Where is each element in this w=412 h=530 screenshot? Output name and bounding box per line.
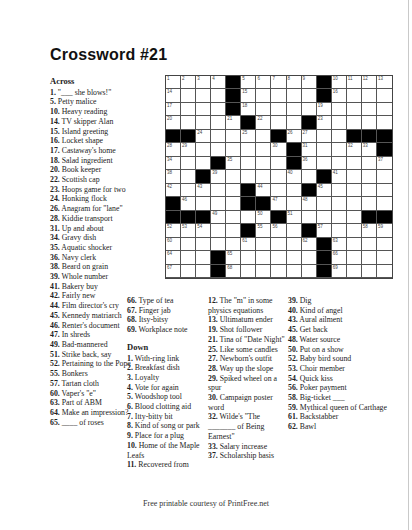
cell-r10c14[interactable] xyxy=(362,197,377,210)
cell-r3c14[interactable] xyxy=(362,103,377,116)
clue-across-24: 24. Honking flock xyxy=(50,194,163,204)
cell-number: 1 xyxy=(167,76,170,81)
clue-across-15: 15. Island greeting xyxy=(50,127,163,137)
cell-r10c11[interactable] xyxy=(317,197,332,210)
cell-r14c6[interactable] xyxy=(241,251,256,264)
cell-r10c13[interactable] xyxy=(347,197,362,210)
cell-r4c14[interactable] xyxy=(362,116,377,129)
cell-r11c4[interactable]: 49 xyxy=(211,211,226,224)
cell-r1c15[interactable]: 13 xyxy=(377,76,392,89)
cell-r5c4[interactable] xyxy=(211,130,226,143)
cell-r5c11[interactable] xyxy=(317,130,332,143)
cell-r13c3[interactable] xyxy=(196,238,211,251)
black-cell xyxy=(317,251,332,264)
cell-number: 10 xyxy=(333,76,338,81)
clue-down-61: 61. Backstabber xyxy=(288,412,406,422)
cell-r5c12[interactable] xyxy=(332,130,347,143)
cell-r11c5[interactable] xyxy=(226,211,241,224)
black-cell xyxy=(241,224,256,237)
cell-r10c2[interactable]: 46 xyxy=(181,197,196,210)
cell-r15c7[interactable] xyxy=(256,265,271,278)
cell-r6c13[interactable]: 32 xyxy=(347,143,362,156)
cell-number: 40 xyxy=(288,170,293,175)
black-cell xyxy=(211,251,226,264)
cell-r8c8[interactable] xyxy=(271,170,286,183)
cell-number: 67 xyxy=(167,265,172,270)
cell-r3c3[interactable] xyxy=(196,103,211,116)
clue-down-29: 29. Spiked wheel on a spur xyxy=(208,374,286,393)
cell-number: 15 xyxy=(242,89,247,94)
clue-down-43: 43. Aural ailment xyxy=(288,315,406,325)
clue-down-6: 6. Blood clotting aid xyxy=(127,402,206,412)
cell-r6c12[interactable] xyxy=(332,143,347,156)
cell-number: 23 xyxy=(318,116,323,121)
clue-down-12: 12. The "m" in some physics equations xyxy=(208,296,286,315)
clue-down-2: 2. Breakfast dish xyxy=(127,363,206,373)
black-cell xyxy=(347,130,362,143)
black-cell xyxy=(211,265,226,278)
cell-r9c5[interactable] xyxy=(226,184,241,197)
cell-r4c9[interactable] xyxy=(287,116,302,129)
cell-r13c1[interactable]: 60 xyxy=(166,238,181,251)
cell-number: 4 xyxy=(212,76,215,81)
cell-r5c7[interactable] xyxy=(256,130,271,143)
cell-r12c14[interactable]: 58 xyxy=(362,224,377,237)
cell-r3c1[interactable]: 17 xyxy=(166,103,181,116)
cell-r7c7[interactable] xyxy=(256,157,271,170)
black-cell xyxy=(317,170,332,183)
clue-across-18: 18. Salad ingredient xyxy=(50,156,163,166)
black-cell xyxy=(166,130,181,143)
cell-r15c15[interactable] xyxy=(377,265,392,278)
cell-r8c2[interactable] xyxy=(181,170,196,183)
cell-r13c13[interactable] xyxy=(347,238,362,251)
cell-r14c15[interactable] xyxy=(377,251,392,264)
cell-r3c11[interactable]: 19 xyxy=(317,103,332,116)
cell-r15c14[interactable] xyxy=(362,265,377,278)
clue-down-45: 45. Get back xyxy=(288,325,406,335)
cell-r8c4[interactable]: 39 xyxy=(211,170,226,183)
cell-r1c12[interactable]: 10 xyxy=(332,76,347,89)
cell-r14c3[interactable] xyxy=(196,251,211,264)
clue-across-26: 26. Anagram for "lane" xyxy=(50,204,163,214)
cell-r3c13[interactable] xyxy=(347,103,362,116)
black-cell xyxy=(287,143,302,156)
cell-r2c8[interactable] xyxy=(271,89,286,102)
cell-r10c5[interactable] xyxy=(226,197,241,210)
black-cell xyxy=(362,130,377,143)
cell-r11c10[interactable] xyxy=(302,211,317,224)
cell-r12c1[interactable]: 52 xyxy=(166,224,181,237)
cell-r3c6[interactable]: 18 xyxy=(241,103,256,116)
cell-r15c2[interactable] xyxy=(181,265,196,278)
black-cell xyxy=(226,89,241,102)
cell-r10c4[interactable] xyxy=(211,197,226,210)
cell-r9c9[interactable] xyxy=(287,184,302,197)
clue-across-38: 38. Beard on grain xyxy=(50,262,163,272)
cell-r7c1[interactable]: 34 xyxy=(166,157,181,170)
cell-r4c13[interactable] xyxy=(347,116,362,129)
cell-r3c12[interactable] xyxy=(332,103,347,116)
cell-r7c12[interactable] xyxy=(332,157,347,170)
cell-r14c8[interactable] xyxy=(271,251,286,264)
cell-r10c15[interactable] xyxy=(377,197,392,210)
cell-r8c13[interactable] xyxy=(347,170,362,183)
cell-number: 43 xyxy=(197,184,202,189)
cell-r6c5[interactable] xyxy=(226,143,241,156)
cell-r13c15[interactable] xyxy=(377,238,392,251)
cell-r12c15[interactable]: 59 xyxy=(377,224,392,237)
cell-r9c13[interactable] xyxy=(347,184,362,197)
cell-r4c2[interactable] xyxy=(181,116,196,129)
down-clues-column-2: 12. The "m" in some physics equations13.… xyxy=(208,296,286,461)
black-cell xyxy=(241,184,256,197)
cell-r7c5[interactable]: 35 xyxy=(226,157,241,170)
cell-r8c7[interactable] xyxy=(256,170,271,183)
clue-down-13: 13. Ultimatum ender xyxy=(208,315,286,325)
clue-down-52: 52. Baby bird sound xyxy=(288,354,406,364)
cell-number: 6 xyxy=(257,76,260,81)
clue-down-30: 30. Campaign poster word xyxy=(208,393,286,412)
clue-down-19: 19. Shot follower xyxy=(208,325,286,335)
clue-down-62: 62. Bawl xyxy=(288,422,406,432)
cell-r12c5[interactable] xyxy=(226,224,241,237)
cell-r13c12[interactable]: 63 xyxy=(332,238,347,251)
cell-r12c2[interactable]: 53 xyxy=(181,224,196,237)
cell-r13c10[interactable]: 62 xyxy=(302,238,317,251)
cell-r10c3[interactable] xyxy=(196,197,211,210)
cell-number: 14 xyxy=(167,89,172,94)
cell-r2c10[interactable] xyxy=(302,89,317,102)
cell-number: 57 xyxy=(318,224,323,229)
cell-r13c5[interactable] xyxy=(226,238,241,251)
cell-r15c12[interactable]: 69 xyxy=(332,265,347,278)
cell-r15c6[interactable] xyxy=(241,265,256,278)
cell-r14c7[interactable] xyxy=(256,251,271,264)
cell-r8c1[interactable]: 38 xyxy=(166,170,181,183)
cell-r8c10[interactable] xyxy=(302,170,317,183)
cell-r9c2[interactable] xyxy=(181,184,196,197)
black-cell xyxy=(196,170,211,183)
cell-r7c13[interactable] xyxy=(347,157,362,170)
cell-number: 26 xyxy=(288,130,293,135)
cell-r12c12[interactable] xyxy=(332,224,347,237)
cell-r14c10[interactable] xyxy=(302,251,317,264)
cell-r1c9[interactable]: 8 xyxy=(287,76,302,89)
cell-r9c7[interactable]: 44 xyxy=(256,184,271,197)
black-cell xyxy=(317,89,332,102)
cell-number: 37 xyxy=(378,157,383,162)
black-cell xyxy=(287,157,302,170)
cell-r14c9[interactable] xyxy=(287,251,302,264)
cell-number: 64 xyxy=(167,251,172,256)
cell-r6c6[interactable] xyxy=(241,143,256,156)
cell-r6c11[interactable] xyxy=(317,143,332,156)
cell-r11c11[interactable] xyxy=(317,211,332,224)
cell-r4c15[interactable] xyxy=(377,116,392,129)
across-end-and-down-start-column: 66. Type of tea67. Finger jab68. Itsy-bi… xyxy=(127,296,206,470)
cell-r9c12[interactable] xyxy=(332,184,347,197)
cell-number: 24 xyxy=(197,130,202,135)
cell-number: 65 xyxy=(227,251,232,256)
cell-r6c2[interactable]: 29 xyxy=(181,143,196,156)
cell-number: 11 xyxy=(348,76,353,81)
cell-r2c1[interactable]: 14 xyxy=(166,89,181,102)
cell-r12c11[interactable]: 57 xyxy=(317,224,332,237)
cell-r14c12[interactable]: 66 xyxy=(332,251,347,264)
cell-r7c3[interactable] xyxy=(196,157,211,170)
cell-r10c10[interactable]: 48 xyxy=(302,197,317,210)
cell-r14c1[interactable]: 64 xyxy=(166,251,181,264)
clue-down-8: 8. Kind of song or park xyxy=(127,421,206,431)
cell-r13c14[interactable] xyxy=(362,238,377,251)
clue-down-5: 5. Woodshop tool xyxy=(127,392,206,402)
clue-across-67: 67. Finger jab xyxy=(127,306,206,316)
cell-r2c4[interactable] xyxy=(211,89,226,102)
cell-number: 61 xyxy=(242,238,247,243)
cell-number: 48 xyxy=(303,197,308,202)
across-header: Across xyxy=(50,77,163,87)
cell-r3c15[interactable] xyxy=(377,103,392,116)
black-cell xyxy=(317,265,332,278)
black-cell xyxy=(196,211,211,224)
cell-r15c8[interactable] xyxy=(271,265,286,278)
cell-r5c10[interactable]: 27 xyxy=(302,130,317,143)
cell-r7c6[interactable] xyxy=(241,157,256,170)
cell-r12c13[interactable] xyxy=(347,224,362,237)
cell-r9c15[interactable] xyxy=(377,184,392,197)
cell-r12c3[interactable]: 54 xyxy=(196,224,211,237)
clue-across-68: 68. Itsy-bitsy xyxy=(127,315,206,325)
clue-down-7: 7. Itty-bitty bit xyxy=(127,412,206,422)
cell-number: 41 xyxy=(333,170,338,175)
cell-r1c6[interactable]: 5 xyxy=(241,76,256,89)
cell-r4c5[interactable]: 21 xyxy=(226,116,241,129)
cell-r4c4[interactable] xyxy=(211,116,226,129)
cell-r7c15[interactable]: 37 xyxy=(377,157,392,170)
cell-r10c12[interactable] xyxy=(332,197,347,210)
cell-r1c3[interactable]: 3 xyxy=(196,76,211,89)
clue-across-23: 23. Hoops game for two xyxy=(50,185,163,195)
cell-r13c7[interactable] xyxy=(256,238,271,251)
cell-r8c15[interactable] xyxy=(377,170,392,183)
cell-r8c14[interactable] xyxy=(362,170,377,183)
clue-down-10: 10. Home of the Maple Leafs xyxy=(127,441,206,460)
cell-r13c2[interactable] xyxy=(181,238,196,251)
cell-r15c1[interactable]: 67 xyxy=(166,265,181,278)
cell-r4c11[interactable]: 23 xyxy=(317,116,332,129)
cell-r1c10[interactable]: 9 xyxy=(302,76,317,89)
down-clues-column-3: 39. Dig40. Kind of angel43. Aural ailmen… xyxy=(288,296,406,432)
black-cell xyxy=(271,130,286,143)
clue-across-28: 28. Kiddie transport xyxy=(50,214,163,224)
cell-r13c6[interactable]: 61 xyxy=(241,238,256,251)
cell-r13c4[interactable] xyxy=(211,238,226,251)
black-cell xyxy=(241,197,256,210)
cell-number: 32 xyxy=(348,143,353,148)
cell-number: 3 xyxy=(197,76,200,81)
cell-r11c6[interactable] xyxy=(241,211,256,224)
cell-r6c4[interactable] xyxy=(211,143,226,156)
black-cell xyxy=(377,130,392,143)
cell-r4c12[interactable] xyxy=(332,116,347,129)
cell-r2c15[interactable] xyxy=(377,89,392,102)
black-cell xyxy=(241,116,256,129)
cell-number: 39 xyxy=(212,170,217,175)
clue-down-50: 50. Put on a show xyxy=(288,345,406,355)
cell-number: 7 xyxy=(272,76,275,81)
cell-r7c14[interactable] xyxy=(362,157,377,170)
clue-across-20: 20. Book keeper xyxy=(50,165,163,175)
black-cell xyxy=(166,211,181,224)
cell-number: 31 xyxy=(303,143,308,148)
cell-r6c3[interactable] xyxy=(196,143,211,156)
cell-r6c14[interactable]: 33 xyxy=(362,143,377,156)
cell-r2c2[interactable] xyxy=(181,89,196,102)
cell-r9c3[interactable]: 43 xyxy=(196,184,211,197)
cell-number: 60 xyxy=(167,238,172,243)
black-cell xyxy=(226,76,241,89)
cell-r3c4[interactable] xyxy=(211,103,226,116)
cell-r8c5[interactable] xyxy=(226,170,241,183)
cell-r12c7[interactable]: 55 xyxy=(256,224,271,237)
cell-r5c9[interactable]: 26 xyxy=(287,130,302,143)
cell-r2c3[interactable] xyxy=(196,89,211,102)
cell-r8c6[interactable] xyxy=(241,170,256,183)
cell-r4c3[interactable] xyxy=(196,116,211,129)
cell-number: 9 xyxy=(303,76,306,81)
clue-down-1: 1. With-ring link xyxy=(127,354,206,364)
puzzle-title: Crossword #21 xyxy=(50,46,167,64)
cell-number: 38 xyxy=(167,170,172,175)
cell-r1c14[interactable]: 12 xyxy=(362,76,377,89)
cell-r11c13[interactable] xyxy=(347,211,362,224)
cell-r1c1[interactable]: 1 xyxy=(166,76,181,89)
cell-number: 59 xyxy=(378,224,383,229)
clue-down-58: 58. Big-ticket ___ xyxy=(288,393,406,403)
cell-r11c7[interactable]: 50 xyxy=(256,211,271,224)
clue-down-21: 21. Tina of "Date Night" xyxy=(208,335,286,345)
clue-across-39: 39. Whole number xyxy=(50,272,163,282)
cell-number: 42 xyxy=(167,184,172,189)
cell-r12c4[interactable] xyxy=(211,224,226,237)
cell-r9c4[interactable] xyxy=(211,184,226,197)
footer-credit: Free printable courtesy of PrintFree.net xyxy=(0,499,412,508)
cell-r15c3[interactable] xyxy=(196,265,211,278)
cell-r1c7[interactable]: 6 xyxy=(256,76,271,89)
cell-r15c10[interactable] xyxy=(302,265,317,278)
cell-number: 12 xyxy=(363,76,368,81)
cell-r3c7[interactable] xyxy=(256,103,271,116)
cell-r7c2[interactable] xyxy=(181,157,196,170)
cell-number: 62 xyxy=(303,238,308,243)
cell-r15c5[interactable]: 68 xyxy=(226,265,241,278)
cell-r4c1[interactable]: 20 xyxy=(166,116,181,129)
cell-number: 18 xyxy=(242,103,247,108)
black-cell xyxy=(377,211,392,224)
down-header: Down xyxy=(127,343,206,353)
cell-r3c2[interactable] xyxy=(181,103,196,116)
cell-r4c8[interactable] xyxy=(271,116,286,129)
clue-across-1: 1. "___ she blows!" xyxy=(50,88,163,98)
clue-down-3: 3. Loyalty xyxy=(127,373,206,383)
clue-across-41: 41. Bakery buy xyxy=(50,282,163,292)
cell-r12c9[interactable] xyxy=(287,224,302,237)
cell-r2c9[interactable] xyxy=(287,89,302,102)
cell-r6c1[interactable]: 28 xyxy=(166,143,181,156)
cell-r5c6[interactable]: 25 xyxy=(241,130,256,143)
cell-r10c9[interactable] xyxy=(287,197,302,210)
cell-number: 47 xyxy=(272,197,277,202)
clue-down-27: 27. Newborn's outfit xyxy=(208,354,286,364)
black-cell xyxy=(362,211,377,224)
cell-r2c14[interactable] xyxy=(362,89,377,102)
cell-r6c7[interactable] xyxy=(256,143,271,156)
cell-r8c9[interactable]: 40 xyxy=(287,170,302,183)
clue-down-11: 11. Recovered from xyxy=(127,460,206,470)
cell-number: 69 xyxy=(333,265,338,270)
cell-r2c12[interactable]: 16 xyxy=(332,89,347,102)
cell-r2c7[interactable] xyxy=(256,89,271,102)
clue-down-33: 33. Salary increase xyxy=(208,442,286,452)
clue-down-28: 28. Way up the slope xyxy=(208,364,286,374)
cell-r5c5[interactable] xyxy=(226,130,241,143)
cell-r2c6[interactable]: 15 xyxy=(241,89,256,102)
clue-across-66: 66. Type of tea xyxy=(127,296,206,306)
cell-r6c10[interactable]: 31 xyxy=(302,143,317,156)
cell-r14c5[interactable]: 65 xyxy=(226,251,241,264)
cell-r14c2[interactable] xyxy=(181,251,196,264)
cell-r2c13[interactable] xyxy=(347,89,362,102)
clue-across-14: 14. TV skipper Alan xyxy=(50,117,163,127)
cell-r3c9[interactable] xyxy=(287,103,302,116)
cell-r3c10[interactable] xyxy=(302,103,317,116)
cell-r8c12[interactable]: 41 xyxy=(332,170,347,183)
cell-r4c7[interactable]: 22 xyxy=(256,116,271,129)
cell-r9c8[interactable] xyxy=(271,184,286,197)
clue-down-37: 37. Scholarship basis xyxy=(208,451,286,461)
cell-r5c3[interactable]: 24 xyxy=(196,130,211,143)
cell-r1c4[interactable]: 4 xyxy=(211,76,226,89)
cell-r1c13[interactable]: 11 xyxy=(347,76,362,89)
clue-down-25: 25. Like some candles xyxy=(208,345,286,355)
clue-down-59: 59. Mythical queen of Carthage xyxy=(288,403,406,413)
cell-r9c11[interactable]: 45 xyxy=(317,184,332,197)
cell-r11c12[interactable] xyxy=(332,211,347,224)
cell-r15c13[interactable] xyxy=(347,265,362,278)
cell-r7c11[interactable] xyxy=(317,157,332,170)
cell-r13c8[interactable] xyxy=(271,238,286,251)
cell-r10c8[interactable]: 47 xyxy=(271,197,286,210)
cell-r13c9[interactable] xyxy=(287,238,302,251)
clue-across-69: 69. Workplace note xyxy=(127,325,206,335)
cell-r14c14[interactable] xyxy=(362,251,377,264)
cell-r3c8[interactable] xyxy=(271,103,286,116)
cell-r1c8[interactable]: 7 xyxy=(271,76,286,89)
cell-r14c13[interactable] xyxy=(347,251,362,264)
cell-r7c8[interactable] xyxy=(271,157,286,170)
clue-across-35: 35. Aquatic shocker xyxy=(50,243,163,253)
cell-r9c1[interactable]: 42 xyxy=(166,184,181,197)
cell-r1c2[interactable]: 2 xyxy=(181,76,196,89)
cell-number: 19 xyxy=(318,103,323,108)
cell-r7c10[interactable]: 36 xyxy=(302,157,317,170)
cell-r12c8[interactable]: 56 xyxy=(271,224,286,237)
cell-r11c9[interactable]: 51 xyxy=(287,211,302,224)
cell-r9c14[interactable] xyxy=(362,184,377,197)
cell-r6c8[interactable]: 30 xyxy=(271,143,286,156)
cell-r15c9[interactable] xyxy=(287,265,302,278)
